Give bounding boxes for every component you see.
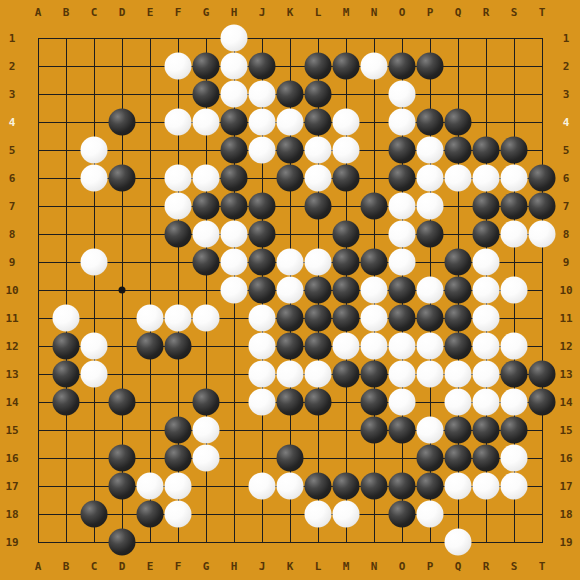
coord-bottom-R: R xyxy=(483,561,490,572)
coord-right-6: 6 xyxy=(563,173,570,184)
stone-black-S15[interactable] xyxy=(501,417,528,444)
stone-white-S17[interactable] xyxy=(501,473,528,500)
stone-white-F18[interactable] xyxy=(165,501,192,528)
stone-white-J13[interactable] xyxy=(249,361,276,388)
stone-white-N10[interactable] xyxy=(361,277,388,304)
coord-right-1: 1 xyxy=(563,33,570,44)
stone-black-L3[interactable] xyxy=(305,81,332,108)
coord-top-G: G xyxy=(203,7,210,18)
stone-white-J17[interactable] xyxy=(249,473,276,500)
stone-black-M10[interactable] xyxy=(333,277,360,304)
stone-black-S7[interactable] xyxy=(501,193,528,220)
stone-white-H3[interactable] xyxy=(221,81,248,108)
stone-black-O2[interactable] xyxy=(389,53,416,80)
stone-black-H4[interactable] xyxy=(221,109,248,136)
stone-white-R6[interactable] xyxy=(473,165,500,192)
stone-black-P16[interactable] xyxy=(417,445,444,472)
stone-black-T13[interactable] xyxy=(529,361,556,388)
stone-black-L7[interactable] xyxy=(305,193,332,220)
stone-white-N11[interactable] xyxy=(361,305,388,332)
stone-black-G9[interactable] xyxy=(193,249,220,276)
stone-white-H10[interactable] xyxy=(221,277,248,304)
stone-black-J8[interactable] xyxy=(249,221,276,248)
stone-black-R15[interactable] xyxy=(473,417,500,444)
coord-bottom-B: B xyxy=(63,561,70,572)
coord-bottom-Q: Q xyxy=(455,561,462,572)
stone-white-R10[interactable] xyxy=(473,277,500,304)
stone-white-J12[interactable] xyxy=(249,333,276,360)
stone-white-H1[interactable] xyxy=(221,25,248,52)
stone-white-R12[interactable] xyxy=(473,333,500,360)
stone-black-P2[interactable] xyxy=(417,53,444,80)
coord-left-19: 19 xyxy=(5,537,18,548)
stone-black-O17[interactable] xyxy=(389,473,416,500)
stone-white-S10[interactable] xyxy=(501,277,528,304)
stone-black-L12[interactable] xyxy=(305,333,332,360)
stone-black-L4[interactable] xyxy=(305,109,332,136)
coord-right-2: 2 xyxy=(563,61,570,72)
stone-white-T8[interactable] xyxy=(529,221,556,248)
coord-left-3: 3 xyxy=(9,89,16,100)
coord-bottom-S: S xyxy=(511,561,518,572)
coord-top-O: O xyxy=(399,7,406,18)
coord-right-3: 3 xyxy=(563,89,570,100)
stone-black-P17[interactable] xyxy=(417,473,444,500)
stone-black-K11[interactable] xyxy=(277,305,304,332)
coord-top-P: P xyxy=(427,7,434,18)
coord-right-14: 14 xyxy=(559,397,572,408)
coord-left-15: 15 xyxy=(5,425,18,436)
stone-black-D14[interactable] xyxy=(109,389,136,416)
stone-black-K14[interactable] xyxy=(277,389,304,416)
stone-black-O18[interactable] xyxy=(389,501,416,528)
stone-white-L9[interactable] xyxy=(305,249,332,276)
coord-right-8: 8 xyxy=(563,229,570,240)
stone-white-Q19[interactable] xyxy=(445,529,472,556)
stone-black-K16[interactable] xyxy=(277,445,304,472)
stone-white-P7[interactable] xyxy=(417,193,444,220)
stone-black-T7[interactable] xyxy=(529,193,556,220)
coord-right-10: 10 xyxy=(559,285,572,296)
stone-black-J7[interactable] xyxy=(249,193,276,220)
stone-white-C6[interactable] xyxy=(81,165,108,192)
stone-black-M17[interactable] xyxy=(333,473,360,500)
stone-black-P8[interactable] xyxy=(417,221,444,248)
stone-black-J10[interactable] xyxy=(249,277,276,304)
coord-left-16: 16 xyxy=(5,453,18,464)
stone-black-D19[interactable] xyxy=(109,529,136,556)
stone-black-O10[interactable] xyxy=(389,277,416,304)
stone-black-L11[interactable] xyxy=(305,305,332,332)
stone-black-C18[interactable] xyxy=(81,501,108,528)
stone-white-R9[interactable] xyxy=(473,249,500,276)
coord-bottom-K: K xyxy=(287,561,294,572)
stone-black-M13[interactable] xyxy=(333,361,360,388)
stone-black-E12[interactable] xyxy=(137,333,164,360)
coord-top-L: L xyxy=(315,7,322,18)
coord-bottom-E: E xyxy=(147,561,154,572)
coord-right-15: 15 xyxy=(559,425,572,436)
stone-white-R13[interactable] xyxy=(473,361,500,388)
stone-white-J4[interactable] xyxy=(249,109,276,136)
stone-white-M4[interactable] xyxy=(333,109,360,136)
stone-black-Q12[interactable] xyxy=(445,333,472,360)
stone-black-F12[interactable] xyxy=(165,333,192,360)
coord-left-17: 17 xyxy=(5,481,18,492)
coord-bottom-H: H xyxy=(231,561,238,572)
stone-black-R5[interactable] xyxy=(473,137,500,164)
coord-top-F: F xyxy=(175,7,182,18)
stone-black-M9[interactable] xyxy=(333,249,360,276)
stone-white-J14[interactable] xyxy=(249,389,276,416)
stone-white-O7[interactable] xyxy=(389,193,416,220)
coord-right-4: 4 xyxy=(563,117,570,128)
stone-white-P13[interactable] xyxy=(417,361,444,388)
coord-top-D: D xyxy=(119,7,126,18)
stone-white-G4[interactable] xyxy=(193,109,220,136)
stone-black-H5[interactable] xyxy=(221,137,248,164)
stone-white-F4[interactable] xyxy=(165,109,192,136)
coord-top-C: C xyxy=(91,7,98,18)
coord-left-8: 8 xyxy=(9,229,16,240)
stone-black-R7[interactable] xyxy=(473,193,500,220)
stone-black-M2[interactable] xyxy=(333,53,360,80)
stone-white-P18[interactable] xyxy=(417,501,444,528)
stone-white-Q13[interactable] xyxy=(445,361,472,388)
stone-white-Q17[interactable] xyxy=(445,473,472,500)
stone-white-B11[interactable] xyxy=(53,305,80,332)
stone-black-R16[interactable] xyxy=(473,445,500,472)
coord-left-1: 1 xyxy=(9,33,16,44)
coord-top-A: A xyxy=(35,7,42,18)
stone-white-G8[interactable] xyxy=(193,221,220,248)
stone-black-K12[interactable] xyxy=(277,333,304,360)
coord-top-H: H xyxy=(231,7,238,18)
stone-black-T6[interactable] xyxy=(529,165,556,192)
coord-right-16: 16 xyxy=(559,453,572,464)
stone-black-S13[interactable] xyxy=(501,361,528,388)
coord-right-19: 19 xyxy=(559,537,572,548)
stone-black-F16[interactable] xyxy=(165,445,192,472)
stone-white-K13[interactable] xyxy=(277,361,304,388)
coord-left-2: 2 xyxy=(9,61,16,72)
coord-top-K: K xyxy=(287,7,294,18)
stone-white-P6[interactable] xyxy=(417,165,444,192)
stone-black-M8[interactable] xyxy=(333,221,360,248)
stone-black-K3[interactable] xyxy=(277,81,304,108)
stone-black-K6[interactable] xyxy=(277,165,304,192)
stone-black-O5[interactable] xyxy=(389,137,416,164)
stone-white-F17[interactable] xyxy=(165,473,192,500)
stone-white-N12[interactable] xyxy=(361,333,388,360)
stone-black-N17[interactable] xyxy=(361,473,388,500)
coord-right-12: 12 xyxy=(559,341,572,352)
stone-white-P10[interactable] xyxy=(417,277,444,304)
coord-right-17: 17 xyxy=(559,481,572,492)
stone-white-S8[interactable] xyxy=(501,221,528,248)
stone-black-P4[interactable] xyxy=(417,109,444,136)
stone-black-Q15[interactable] xyxy=(445,417,472,444)
stone-white-K10[interactable] xyxy=(277,277,304,304)
coord-left-6: 6 xyxy=(9,173,16,184)
stone-white-J3[interactable] xyxy=(249,81,276,108)
coord-left-5: 5 xyxy=(9,145,16,156)
star-point-D10 xyxy=(119,287,126,294)
coord-bottom-N: N xyxy=(371,561,378,572)
stone-black-H7[interactable] xyxy=(221,193,248,220)
stone-black-L14[interactable] xyxy=(305,389,332,416)
stone-white-Q6[interactable] xyxy=(445,165,472,192)
stone-white-M5[interactable] xyxy=(333,137,360,164)
stone-black-M6[interactable] xyxy=(333,165,360,192)
stone-white-S6[interactable] xyxy=(501,165,528,192)
stone-black-J9[interactable] xyxy=(249,249,276,276)
stone-white-O9[interactable] xyxy=(389,249,416,276)
go-board: AABBCCDDEEFFGGHHJJKKLLMMNNOOPPQQRRSSTT11… xyxy=(0,0,580,580)
stone-white-J5[interactable] xyxy=(249,137,276,164)
stone-white-Q14[interactable] xyxy=(445,389,472,416)
coord-right-5: 5 xyxy=(563,145,570,156)
stone-black-Q16[interactable] xyxy=(445,445,472,472)
coord-top-S: S xyxy=(511,7,518,18)
stone-black-B12[interactable] xyxy=(53,333,80,360)
stone-white-K4[interactable] xyxy=(277,109,304,136)
stone-black-D6[interactable] xyxy=(109,165,136,192)
coord-left-14: 14 xyxy=(5,397,18,408)
stone-white-C13[interactable] xyxy=(81,361,108,388)
stone-white-O12[interactable] xyxy=(389,333,416,360)
stone-white-C12[interactable] xyxy=(81,333,108,360)
stone-white-H9[interactable] xyxy=(221,249,248,276)
stone-white-O14[interactable] xyxy=(389,389,416,416)
coord-right-11: 11 xyxy=(559,313,572,324)
stone-white-E17[interactable] xyxy=(137,473,164,500)
stone-black-G2[interactable] xyxy=(193,53,220,80)
stone-white-O8[interactable] xyxy=(389,221,416,248)
stone-white-R14[interactable] xyxy=(473,389,500,416)
stone-white-G16[interactable] xyxy=(193,445,220,472)
coord-left-13: 13 xyxy=(5,369,18,380)
stone-black-Q10[interactable] xyxy=(445,277,472,304)
coord-top-B: B xyxy=(63,7,70,18)
coord-top-M: M xyxy=(343,7,350,18)
stone-black-Q4[interactable] xyxy=(445,109,472,136)
coord-top-T: T xyxy=(539,7,546,18)
stone-white-G6[interactable] xyxy=(193,165,220,192)
stone-white-P5[interactable] xyxy=(417,137,444,164)
stone-white-H8[interactable] xyxy=(221,221,248,248)
stone-black-L17[interactable] xyxy=(305,473,332,500)
coord-right-7: 7 xyxy=(563,201,570,212)
coord-left-10: 10 xyxy=(5,285,18,296)
stone-black-M11[interactable] xyxy=(333,305,360,332)
stone-white-N2[interactable] xyxy=(361,53,388,80)
stone-white-H2[interactable] xyxy=(221,53,248,80)
stone-black-G14[interactable] xyxy=(193,389,220,416)
coord-left-9: 9 xyxy=(9,257,16,268)
coord-bottom-F: F xyxy=(175,561,182,572)
stone-black-F8[interactable] xyxy=(165,221,192,248)
stone-black-B13[interactable] xyxy=(53,361,80,388)
stone-black-N7[interactable] xyxy=(361,193,388,220)
stone-black-P11[interactable] xyxy=(417,305,444,332)
coord-bottom-M: M xyxy=(343,561,350,572)
coord-top-R: R xyxy=(483,7,490,18)
stone-white-O4[interactable] xyxy=(389,109,416,136)
stone-white-C9[interactable] xyxy=(81,249,108,276)
coord-right-13: 13 xyxy=(559,369,572,380)
coord-top-E: E xyxy=(147,7,154,18)
stone-white-P15[interactable] xyxy=(417,417,444,444)
stone-black-G3[interactable] xyxy=(193,81,220,108)
coord-top-N: N xyxy=(371,7,378,18)
stone-black-Q11[interactable] xyxy=(445,305,472,332)
coord-right-9: 9 xyxy=(563,257,570,268)
coord-left-7: 7 xyxy=(9,201,16,212)
stone-black-N15[interactable] xyxy=(361,417,388,444)
stone-black-G7[interactable] xyxy=(193,193,220,220)
coord-bottom-L: L xyxy=(315,561,322,572)
coord-right-18: 18 xyxy=(559,509,572,520)
stone-white-K17[interactable] xyxy=(277,473,304,500)
stone-white-O3[interactable] xyxy=(389,81,416,108)
stone-white-O13[interactable] xyxy=(389,361,416,388)
stone-white-F6[interactable] xyxy=(165,165,192,192)
stone-black-O15[interactable] xyxy=(389,417,416,444)
coord-left-18: 18 xyxy=(5,509,18,520)
stone-black-D4[interactable] xyxy=(109,109,136,136)
stone-black-D17[interactable] xyxy=(109,473,136,500)
coord-left-12: 12 xyxy=(5,341,18,352)
stone-black-Q9[interactable] xyxy=(445,249,472,276)
coord-bottom-T: T xyxy=(539,561,546,572)
stone-white-E11[interactable] xyxy=(137,305,164,332)
stone-black-J2[interactable] xyxy=(249,53,276,80)
coord-top-J: J xyxy=(259,7,266,18)
stone-white-C5[interactable] xyxy=(81,137,108,164)
coord-bottom-A: A xyxy=(35,561,42,572)
stone-white-L13[interactable] xyxy=(305,361,332,388)
stone-black-D16[interactable] xyxy=(109,445,136,472)
stone-black-N14[interactable] xyxy=(361,389,388,416)
stone-black-O11[interactable] xyxy=(389,305,416,332)
stone-white-F2[interactable] xyxy=(165,53,192,80)
stone-black-F15[interactable] xyxy=(165,417,192,444)
stone-black-H6[interactable] xyxy=(221,165,248,192)
stone-black-E18[interactable] xyxy=(137,501,164,528)
stone-white-S12[interactable] xyxy=(501,333,528,360)
stone-black-Q5[interactable] xyxy=(445,137,472,164)
stone-white-P12[interactable] xyxy=(417,333,444,360)
stone-white-L5[interactable] xyxy=(305,137,332,164)
coord-bottom-J: J xyxy=(259,561,266,572)
stone-white-R11[interactable] xyxy=(473,305,500,332)
stone-white-F7[interactable] xyxy=(165,193,192,220)
coord-bottom-G: G xyxy=(203,561,210,572)
coord-bottom-O: O xyxy=(399,561,406,572)
stone-black-T14[interactable] xyxy=(529,389,556,416)
stone-white-M12[interactable] xyxy=(333,333,360,360)
stone-white-F11[interactable] xyxy=(165,305,192,332)
stone-white-S14[interactable] xyxy=(501,389,528,416)
stone-black-K5[interactable] xyxy=(277,137,304,164)
stone-white-K9[interactable] xyxy=(277,249,304,276)
coord-left-11: 11 xyxy=(5,313,18,324)
stone-black-B14[interactable] xyxy=(53,389,80,416)
stone-white-G11[interactable] xyxy=(193,305,220,332)
stone-white-L18[interactable] xyxy=(305,501,332,528)
coord-bottom-P: P xyxy=(427,561,434,572)
stone-black-L10[interactable] xyxy=(305,277,332,304)
stone-white-M18[interactable] xyxy=(333,501,360,528)
stone-black-R8[interactable] xyxy=(473,221,500,248)
stone-white-J11[interactable] xyxy=(249,305,276,332)
coord-bottom-D: D xyxy=(119,561,126,572)
coord-bottom-C: C xyxy=(91,561,98,572)
coord-top-Q: Q xyxy=(455,7,462,18)
stone-black-N13[interactable] xyxy=(361,361,388,388)
stone-white-S16[interactable] xyxy=(501,445,528,472)
stone-white-L6[interactable] xyxy=(305,165,332,192)
coord-left-4: 4 xyxy=(9,117,16,128)
stone-black-N9[interactable] xyxy=(361,249,388,276)
stone-black-L2[interactable] xyxy=(305,53,332,80)
stone-black-O6[interactable] xyxy=(389,165,416,192)
stone-white-R17[interactable] xyxy=(473,473,500,500)
stone-white-G15[interactable] xyxy=(193,417,220,444)
stone-black-S5[interactable] xyxy=(501,137,528,164)
